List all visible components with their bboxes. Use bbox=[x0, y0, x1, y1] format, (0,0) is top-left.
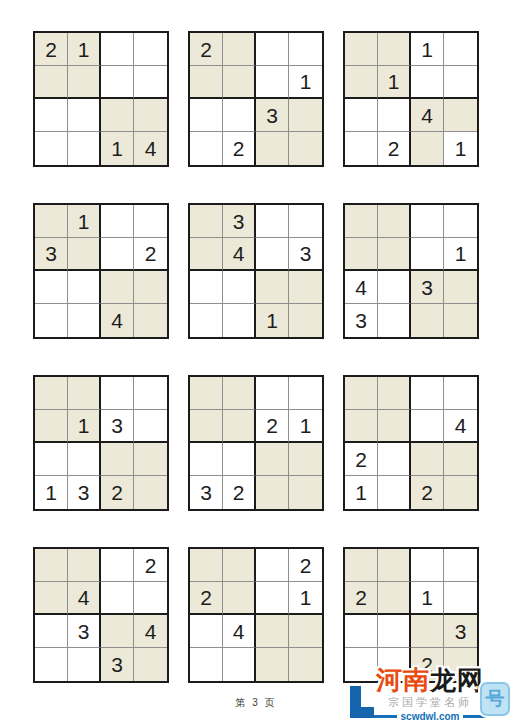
grid10-cell-r1c4[interactable]: 2 bbox=[134, 549, 167, 582]
grid2-cell-r4c2[interactable]: 2 bbox=[223, 132, 256, 165]
grid12-cell-r2c3[interactable]: 1 bbox=[411, 582, 444, 615]
grid4-cell-r1c2[interactable]: 1 bbox=[68, 205, 101, 238]
grid5-cell-r1c4[interactable] bbox=[289, 205, 322, 238]
grid3-cell-r4c3[interactable] bbox=[411, 132, 444, 165]
grid6-cell-r2c3[interactable] bbox=[411, 238, 444, 271]
grid4-cell-r2c1[interactable]: 3 bbox=[35, 238, 68, 271]
grid8-cell-r3c3[interactable] bbox=[256, 443, 289, 476]
grid7-cell-r4c3[interactable]: 2 bbox=[101, 476, 134, 509]
grid9-cell-r4c1[interactable]: 1 bbox=[345, 476, 378, 509]
grid8-cell-r2c3[interactable]: 2 bbox=[256, 410, 289, 443]
grid6-cell-r3c1[interactable]: 4 bbox=[345, 271, 378, 304]
grid5-cell-r3c4[interactable] bbox=[289, 271, 322, 304]
grid2-cell-r3c2[interactable] bbox=[223, 99, 256, 132]
grid7-cell-r3c2[interactable] bbox=[68, 443, 101, 476]
grid12-cell-r1c3[interactable] bbox=[411, 549, 444, 582]
grid7-cell-r2c1[interactable] bbox=[35, 410, 68, 443]
grid5-cell-r3c3[interactable] bbox=[256, 271, 289, 304]
grid1-cell-r4c2[interactable] bbox=[68, 132, 101, 165]
grid2-cell-r1c3[interactable] bbox=[256, 33, 289, 66]
grid9-cell-r4c2[interactable] bbox=[378, 476, 411, 509]
grid5-cell-r1c1[interactable] bbox=[190, 205, 223, 238]
grid10-cell-r2c1[interactable] bbox=[35, 582, 68, 615]
grid3-cell-r1c1[interactable] bbox=[345, 33, 378, 66]
grid2-cell-r2c1[interactable] bbox=[190, 66, 223, 99]
watermark-brand-part2: 龙网 bbox=[430, 665, 484, 695]
grid8-cell-r2c1[interactable] bbox=[190, 410, 223, 443]
grid4-cell-r4c3[interactable]: 4 bbox=[101, 304, 134, 337]
grid3-cell-r1c3[interactable]: 1 bbox=[411, 33, 444, 66]
grid10-cell-r3c3[interactable] bbox=[101, 615, 134, 648]
grid11-cell-r4c2[interactable] bbox=[223, 648, 256, 681]
grid10-cell-r3c4[interactable]: 4 bbox=[134, 615, 167, 648]
sudoku-grid-1: 2114 bbox=[33, 31, 169, 167]
grid9-cell-r1c4[interactable] bbox=[444, 377, 477, 410]
grid4-cell-r3c2[interactable] bbox=[68, 271, 101, 304]
grid9-cell-r2c3[interactable] bbox=[411, 410, 444, 443]
grid2-cell-r3c1[interactable] bbox=[190, 99, 223, 132]
grid11-cell-r1c2[interactable] bbox=[223, 549, 256, 582]
grid5-cell-r1c3[interactable] bbox=[256, 205, 289, 238]
grid4-cell-r3c1[interactable] bbox=[35, 271, 68, 304]
grid5-cell-r2c4[interactable]: 3 bbox=[289, 238, 322, 271]
grid6-cell-r4c2[interactable] bbox=[378, 304, 411, 337]
grid8-cell-r3c4[interactable] bbox=[289, 443, 322, 476]
grid7-cell-r3c1[interactable] bbox=[35, 443, 68, 476]
grid3-cell-r4c4[interactable]: 1 bbox=[444, 132, 477, 165]
grid3-cell-r4c2[interactable]: 2 bbox=[378, 132, 411, 165]
grid8-cell-r3c1[interactable] bbox=[190, 443, 223, 476]
grid5-cell-r4c4[interactable] bbox=[289, 304, 322, 337]
grid6-cell-r3c3[interactable]: 3 bbox=[411, 271, 444, 304]
grid11-cell-r3c2[interactable]: 4 bbox=[223, 615, 256, 648]
sudoku-grid-4: 1324 bbox=[33, 203, 169, 339]
grid7-cell-r2c4[interactable] bbox=[134, 410, 167, 443]
grid11-cell-r4c4[interactable] bbox=[289, 648, 322, 681]
grid4-cell-r4c1[interactable] bbox=[35, 304, 68, 337]
grid5-cell-r3c2[interactable] bbox=[223, 271, 256, 304]
sudoku-grid-10: 24343 bbox=[33, 547, 169, 683]
grid1-cell-r3c2[interactable] bbox=[68, 99, 101, 132]
grid2-cell-r3c4[interactable] bbox=[289, 99, 322, 132]
grid1-cell-r2c3[interactable] bbox=[101, 66, 134, 99]
grid5-cell-r2c2[interactable]: 4 bbox=[223, 238, 256, 271]
grid8-cell-r4c4[interactable] bbox=[289, 476, 322, 509]
grid12-cell-r1c1[interactable] bbox=[345, 549, 378, 582]
grid8-cell-r4c1[interactable]: 3 bbox=[190, 476, 223, 509]
grid1-cell-r2c1[interactable] bbox=[35, 66, 68, 99]
grid7-cell-r1c3[interactable] bbox=[101, 377, 134, 410]
grid12-cell-r3c3[interactable] bbox=[411, 615, 444, 648]
watermark-bracket-shape bbox=[350, 686, 374, 718]
grid10-cell-r4c4[interactable] bbox=[134, 648, 167, 681]
grid9-cell-r1c3[interactable] bbox=[411, 377, 444, 410]
watermark-subtext: 宗国学堂名师 bbox=[374, 695, 486, 710]
grid10-cell-r4c3[interactable]: 3 bbox=[101, 648, 134, 681]
grid5-cell-r2c1[interactable] bbox=[190, 238, 223, 271]
grid10-cell-r3c2[interactable]: 3 bbox=[68, 615, 101, 648]
grid6-cell-r4c1[interactable]: 3 bbox=[345, 304, 378, 337]
grid1-cell-r1c4[interactable] bbox=[134, 33, 167, 66]
grid7-cell-r2c3[interactable]: 3 bbox=[101, 410, 134, 443]
grid3-cell-r2c3[interactable] bbox=[411, 66, 444, 99]
grid11-cell-r2c1[interactable]: 2 bbox=[190, 582, 223, 615]
grid1-cell-r3c1[interactable] bbox=[35, 99, 68, 132]
grid4-cell-r1c3[interactable] bbox=[101, 205, 134, 238]
grid9-cell-r3c2[interactable] bbox=[378, 443, 411, 476]
grid3-cell-r3c3[interactable]: 4 bbox=[411, 99, 444, 132]
grid3-cell-r2c4[interactable] bbox=[444, 66, 477, 99]
grid1-cell-r1c1[interactable]: 2 bbox=[35, 33, 68, 66]
grid8-cell-r1c1[interactable] bbox=[190, 377, 223, 410]
grid9-cell-r2c1[interactable] bbox=[345, 410, 378, 443]
grid8-cell-r1c3[interactable] bbox=[256, 377, 289, 410]
grid1-cell-r3c3[interactable] bbox=[101, 99, 134, 132]
grid5-cell-r2c3[interactable] bbox=[256, 238, 289, 271]
grid4-cell-r4c4[interactable] bbox=[134, 304, 167, 337]
grid10-cell-r4c1[interactable] bbox=[35, 648, 68, 681]
grid2-cell-r2c2[interactable] bbox=[223, 66, 256, 99]
grid8-cell-r1c4[interactable] bbox=[289, 377, 322, 410]
grid11-cell-r3c1[interactable] bbox=[190, 615, 223, 648]
grid1-cell-r4c1[interactable] bbox=[35, 132, 68, 165]
grid9-cell-r3c3[interactable] bbox=[411, 443, 444, 476]
grid6-cell-r1c1[interactable] bbox=[345, 205, 378, 238]
grid6-cell-r2c1[interactable] bbox=[345, 238, 378, 271]
grid8-cell-r1c2[interactable] bbox=[223, 377, 256, 410]
grid7-cell-r1c1[interactable] bbox=[35, 377, 68, 410]
grid6-cell-r1c4[interactable] bbox=[444, 205, 477, 238]
grid9-cell-r1c2[interactable] bbox=[378, 377, 411, 410]
grid4-cell-r3c4[interactable] bbox=[134, 271, 167, 304]
grid3-cell-r3c2[interactable] bbox=[378, 99, 411, 132]
grid10-cell-r1c1[interactable] bbox=[35, 549, 68, 582]
grid12-cell-r3c4[interactable]: 3 bbox=[444, 615, 477, 648]
grid4-cell-r1c4[interactable] bbox=[134, 205, 167, 238]
grid4-cell-r3c3[interactable] bbox=[101, 271, 134, 304]
grid3-cell-r4c1[interactable] bbox=[345, 132, 378, 165]
grid4-cell-r2c4[interactable]: 2 bbox=[134, 238, 167, 271]
grid10-cell-r4c2[interactable] bbox=[68, 648, 101, 681]
grid5-cell-r4c3[interactable]: 1 bbox=[256, 304, 289, 337]
grid3-cell-r3c1[interactable] bbox=[345, 99, 378, 132]
grid2-cell-r1c2[interactable] bbox=[223, 33, 256, 66]
grid5-cell-r3c1[interactable] bbox=[190, 271, 223, 304]
grid8-cell-r2c2[interactable] bbox=[223, 410, 256, 443]
grid2-cell-r2c3[interactable] bbox=[256, 66, 289, 99]
sudoku-grid-3: 11421 bbox=[343, 31, 479, 167]
grid6-cell-r2c2[interactable] bbox=[378, 238, 411, 271]
grid12-cell-r1c4[interactable] bbox=[444, 549, 477, 582]
grid11-cell-r4c1[interactable] bbox=[190, 648, 223, 681]
sudoku-grid-7: 13132 bbox=[33, 375, 169, 511]
grid2-cell-r4c1[interactable] bbox=[190, 132, 223, 165]
grid7-cell-r4c4[interactable] bbox=[134, 476, 167, 509]
grid11-cell-r4c3[interactable] bbox=[256, 648, 289, 681]
grid11-cell-r3c4[interactable] bbox=[289, 615, 322, 648]
grid7-cell-r1c4[interactable] bbox=[134, 377, 167, 410]
grid5-cell-r4c2[interactable] bbox=[223, 304, 256, 337]
grid1-cell-r2c4[interactable] bbox=[134, 66, 167, 99]
sudoku-grid-6: 1433 bbox=[343, 203, 479, 339]
grid11-cell-r1c1[interactable] bbox=[190, 549, 223, 582]
watermark-rule-left bbox=[374, 715, 397, 718]
grid7-cell-r3c3[interactable] bbox=[101, 443, 134, 476]
grid12-cell-r2c1[interactable]: 2 bbox=[345, 582, 378, 615]
grid7-cell-r1c2[interactable] bbox=[68, 377, 101, 410]
grid12-cell-r2c4[interactable] bbox=[444, 582, 477, 615]
grid7-cell-r4c2[interactable]: 3 bbox=[68, 476, 101, 509]
grid9-cell-r2c4[interactable]: 4 bbox=[444, 410, 477, 443]
grid6-cell-r3c2[interactable] bbox=[378, 271, 411, 304]
grid8-cell-r3c2[interactable] bbox=[223, 443, 256, 476]
sudoku-grid-8: 2132 bbox=[188, 375, 324, 511]
grid8-cell-r2c4[interactable]: 1 bbox=[289, 410, 322, 443]
grid1-cell-r4c3[interactable]: 1 bbox=[101, 132, 134, 165]
grid2-cell-r1c1[interactable]: 2 bbox=[190, 33, 223, 66]
grid9-cell-r3c4[interactable] bbox=[444, 443, 477, 476]
grid5-cell-r4c1[interactable] bbox=[190, 304, 223, 337]
grid10-cell-r2c3[interactable] bbox=[101, 582, 134, 615]
grid12-cell-r3c1[interactable] bbox=[345, 615, 378, 648]
sudoku-grid-11: 2214 bbox=[188, 547, 324, 683]
grid2-cell-r1c4[interactable] bbox=[289, 33, 322, 66]
grid9-cell-r1c1[interactable] bbox=[345, 377, 378, 410]
grid1-cell-r3c4[interactable] bbox=[134, 99, 167, 132]
grid10-cell-r3c1[interactable] bbox=[35, 615, 68, 648]
grid11-cell-r1c4[interactable]: 2 bbox=[289, 549, 322, 582]
sudoku-grid-9: 4212 bbox=[343, 375, 479, 511]
grid4-cell-r1c1[interactable] bbox=[35, 205, 68, 238]
grid11-cell-r1c3[interactable] bbox=[256, 549, 289, 582]
grid1-cell-r1c2[interactable]: 1 bbox=[68, 33, 101, 66]
watermark-rule-right bbox=[463, 715, 486, 718]
grid2-cell-r3c3[interactable]: 3 bbox=[256, 99, 289, 132]
grid7-cell-r3c4[interactable] bbox=[134, 443, 167, 476]
sudoku-grid-5: 3431 bbox=[188, 203, 324, 339]
grid7-cell-r4c1[interactable]: 1 bbox=[35, 476, 68, 509]
grid2-cell-r2c4[interactable]: 1 bbox=[289, 66, 322, 99]
watermark-url-row: scwdwl.com bbox=[374, 711, 486, 722]
grid7-cell-r2c2[interactable]: 1 bbox=[68, 410, 101, 443]
watermark-badge-icon: 号 bbox=[480, 682, 510, 716]
sudoku-grid-2: 2132 bbox=[188, 31, 324, 167]
puzzle-grids: 2114213211421132434311433131322132421224… bbox=[33, 31, 479, 683]
grid9-cell-r4c4[interactable] bbox=[444, 476, 477, 509]
grid11-cell-r2c3[interactable] bbox=[256, 582, 289, 615]
grid4-cell-r2c3[interactable] bbox=[101, 238, 134, 271]
grid12-cell-r2c2[interactable] bbox=[378, 582, 411, 615]
grid3-cell-r2c1[interactable] bbox=[345, 66, 378, 99]
worksheet-page: 2114213211421132434311433131322132421224… bbox=[0, 0, 512, 724]
grid6-cell-r2c4[interactable]: 1 bbox=[444, 238, 477, 271]
watermark-url: scwdwl.com bbox=[397, 711, 464, 722]
grid4-cell-r4c2[interactable] bbox=[68, 304, 101, 337]
grid9-cell-r3c1[interactable]: 2 bbox=[345, 443, 378, 476]
grid3-cell-r2c2[interactable]: 1 bbox=[378, 66, 411, 99]
grid6-cell-r1c2[interactable] bbox=[378, 205, 411, 238]
grid10-cell-r2c4[interactable] bbox=[134, 582, 167, 615]
grid2-cell-r4c3[interactable] bbox=[256, 132, 289, 165]
grid10-cell-r2c2[interactable]: 4 bbox=[68, 582, 101, 615]
grid6-cell-r3c4[interactable] bbox=[444, 271, 477, 304]
grid1-cell-r1c3[interactable] bbox=[101, 33, 134, 66]
grid11-cell-r2c4[interactable]: 1 bbox=[289, 582, 322, 615]
grid8-cell-r4c3[interactable] bbox=[256, 476, 289, 509]
grid3-cell-r1c2[interactable] bbox=[378, 33, 411, 66]
grid11-cell-r3c3[interactable] bbox=[256, 615, 289, 648]
grid10-cell-r1c3[interactable] bbox=[101, 549, 134, 582]
grid1-cell-r2c2[interactable] bbox=[68, 66, 101, 99]
grid6-cell-r4c3[interactable] bbox=[411, 304, 444, 337]
grid12-cell-r1c2[interactable] bbox=[378, 549, 411, 582]
grid11-cell-r2c2[interactable] bbox=[223, 582, 256, 615]
grid3-cell-r3c4[interactable] bbox=[444, 99, 477, 132]
grid2-cell-r4c4[interactable] bbox=[289, 132, 322, 165]
grid8-cell-r4c2[interactable]: 2 bbox=[223, 476, 256, 509]
grid10-cell-r1c2[interactable] bbox=[68, 549, 101, 582]
grid3-cell-r1c4[interactable] bbox=[444, 33, 477, 66]
henan-longwang-watermark: 河南龙网 宗国学堂名师 scwdwl.com 号 bbox=[348, 672, 512, 724]
grid4-cell-r2c2[interactable] bbox=[68, 238, 101, 271]
grid1-cell-r4c4[interactable]: 4 bbox=[134, 132, 167, 165]
grid6-cell-r1c3[interactable] bbox=[411, 205, 444, 238]
grid6-cell-r4c4[interactable] bbox=[444, 304, 477, 337]
grid12-cell-r3c2[interactable] bbox=[378, 615, 411, 648]
grid9-cell-r2c2[interactable] bbox=[378, 410, 411, 443]
grid5-cell-r1c2[interactable]: 3 bbox=[223, 205, 256, 238]
watermark-brand-title: 河南龙网 bbox=[374, 663, 486, 698]
grid9-cell-r4c3[interactable]: 2 bbox=[411, 476, 444, 509]
watermark-brand-part1: 河南 bbox=[376, 665, 430, 695]
